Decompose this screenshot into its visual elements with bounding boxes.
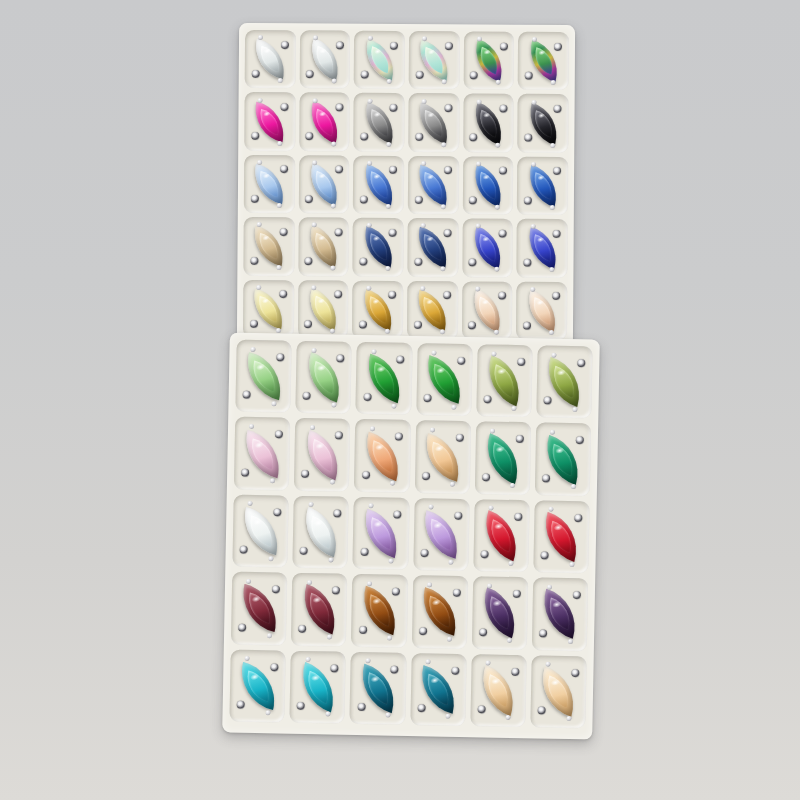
gem-jet-black bbox=[518, 94, 569, 153]
sew-hole-ring bbox=[390, 104, 398, 112]
sew-hole-ring bbox=[395, 433, 403, 441]
tray-cell-r4c2 bbox=[298, 217, 349, 276]
sew-hole-ring bbox=[336, 41, 344, 49]
sew-hole-ring bbox=[420, 549, 428, 557]
tray-cell-r10c6 bbox=[530, 655, 587, 728]
sew-hole-ring bbox=[394, 510, 402, 518]
sew-hole-ring bbox=[415, 133, 423, 141]
setting-prong bbox=[268, 556, 273, 561]
gem-light-peach-opal bbox=[462, 281, 513, 340]
setting-prong bbox=[566, 716, 571, 721]
setting-prong bbox=[275, 328, 280, 333]
sew-hole-ring bbox=[359, 320, 367, 328]
setting-prong bbox=[452, 405, 457, 410]
sew-hole-ring bbox=[445, 42, 453, 50]
tray-cell-r9c5 bbox=[472, 576, 529, 649]
gem-fern-green bbox=[416, 343, 473, 416]
setting-prong bbox=[422, 99, 427, 104]
setting-prong bbox=[568, 639, 573, 644]
gem-white-opal bbox=[293, 496, 350, 569]
gem-emerald bbox=[474, 422, 531, 495]
sew-hole-ring bbox=[470, 71, 478, 79]
sew-hole-ring bbox=[392, 588, 400, 596]
sew-hole-ring bbox=[300, 547, 308, 555]
setting-prong bbox=[248, 501, 253, 506]
tray-cell-r9c2 bbox=[291, 573, 348, 646]
setting-prong bbox=[368, 36, 373, 41]
tray-cell-r4c4 bbox=[407, 218, 458, 277]
sew-hole-ring bbox=[359, 626, 367, 634]
tray-cell-r3c6 bbox=[517, 157, 568, 216]
tray-cell-r10c1 bbox=[229, 649, 286, 722]
gem-jonquil-pale-yellow bbox=[298, 280, 349, 339]
sew-hole-ring bbox=[498, 292, 506, 300]
setting-prong bbox=[389, 558, 394, 563]
tray-cell-r8c3 bbox=[353, 497, 410, 570]
gem-vitrail-rainbow bbox=[518, 32, 569, 91]
setting-prong bbox=[551, 80, 556, 85]
sew-hole-ring bbox=[538, 706, 546, 714]
sew-hole-ring bbox=[357, 703, 365, 711]
sew-hole-ring bbox=[238, 623, 246, 631]
setting-prong bbox=[488, 506, 493, 511]
setting-prong bbox=[569, 562, 574, 567]
gem-siam-red bbox=[533, 500, 590, 573]
setting-prong bbox=[308, 502, 313, 507]
sew-hole-ring bbox=[332, 587, 340, 595]
tray-cell-r6c6 bbox=[536, 345, 593, 418]
setting-prong bbox=[310, 425, 315, 430]
tray-cell-r4c5 bbox=[462, 219, 513, 278]
setting-prong bbox=[510, 483, 515, 488]
setting-prong bbox=[440, 267, 445, 272]
setting-prong bbox=[572, 407, 577, 412]
setting-prong bbox=[430, 427, 435, 432]
sew-hole-ring bbox=[273, 508, 281, 516]
setting-prong bbox=[532, 37, 537, 42]
gem-white-opal bbox=[232, 494, 289, 567]
setting-prong bbox=[331, 203, 336, 208]
sew-hole-ring bbox=[517, 358, 525, 366]
gem-royal-cobalt-blue bbox=[517, 219, 568, 278]
setting-prong bbox=[495, 205, 500, 210]
gem-peach bbox=[354, 419, 411, 492]
setting-prong bbox=[251, 346, 256, 351]
setting-prong bbox=[439, 329, 444, 334]
sew-hole-ring bbox=[553, 292, 561, 300]
setting-prong bbox=[311, 348, 316, 353]
sew-hole-ring bbox=[360, 133, 368, 141]
setting-prong bbox=[246, 579, 251, 584]
sew-hole-ring bbox=[423, 395, 431, 403]
setting-prong bbox=[327, 634, 332, 639]
sew-hole-ring bbox=[389, 229, 397, 237]
gem-light-rose-pink bbox=[234, 417, 291, 490]
gem-emerald bbox=[535, 423, 592, 496]
gem-light-silk-champagne bbox=[530, 655, 587, 728]
gem-blue-zircon-teal bbox=[290, 650, 347, 723]
gem-sapphire bbox=[353, 155, 404, 214]
gem-light-sapphire bbox=[298, 155, 349, 214]
sew-hole-ring bbox=[512, 590, 520, 598]
setting-prong bbox=[431, 350, 436, 355]
gem-olivine bbox=[536, 345, 593, 418]
tray-cell-r2c6 bbox=[518, 94, 569, 153]
sew-hole-ring bbox=[281, 41, 289, 49]
sew-hole-ring bbox=[553, 230, 561, 238]
setting-prong bbox=[476, 99, 481, 104]
setting-prong bbox=[447, 637, 452, 642]
tray-cell-r3c2 bbox=[298, 155, 349, 214]
sew-hole-ring bbox=[361, 71, 369, 79]
sew-hole-ring bbox=[305, 257, 313, 265]
tray-cell-r5c4 bbox=[407, 281, 458, 340]
sew-hole-ring bbox=[250, 195, 258, 203]
setting-prong bbox=[425, 659, 430, 664]
setting-prong bbox=[475, 286, 480, 291]
tray-cell-r8c1 bbox=[232, 494, 289, 567]
tray-cell-r6c3 bbox=[356, 342, 413, 415]
sew-hole-ring bbox=[301, 470, 309, 478]
setting-prong bbox=[550, 430, 555, 435]
sew-hole-ring bbox=[304, 320, 312, 328]
sew-hole-ring bbox=[362, 471, 370, 479]
sew-hole-ring bbox=[390, 166, 398, 174]
sew-hole-ring bbox=[305, 195, 313, 203]
setting-prong bbox=[365, 658, 370, 663]
setting-prong bbox=[270, 479, 275, 484]
sew-hole-ring bbox=[498, 229, 506, 237]
setting-prong bbox=[390, 481, 395, 486]
tray-cell-r10c5 bbox=[470, 654, 527, 727]
sew-hole-ring bbox=[523, 321, 531, 329]
gem-royal-cobalt-blue bbox=[462, 219, 513, 278]
setting-prong bbox=[506, 715, 511, 720]
sew-hole-ring bbox=[335, 103, 343, 111]
gem-montana-navy bbox=[407, 218, 458, 277]
gem-crystal-ab bbox=[354, 31, 405, 90]
tray-cell-r1c2 bbox=[299, 30, 350, 89]
setting-prong bbox=[550, 205, 555, 210]
gem-fern-green bbox=[356, 342, 413, 415]
tray-cell-r9c1 bbox=[231, 572, 288, 645]
setting-prong bbox=[367, 161, 372, 166]
gem-jonquil-pale-yellow bbox=[243, 279, 294, 338]
sew-hole-ring bbox=[281, 103, 289, 111]
tray-cell-r1c6 bbox=[518, 32, 569, 91]
gem-smoked-topaz-brown bbox=[411, 575, 468, 648]
tray-cell-r10c3 bbox=[350, 651, 407, 724]
gem-light-peach-opal bbox=[516, 281, 567, 340]
setting-prong bbox=[531, 100, 536, 105]
setting-prong bbox=[331, 402, 336, 407]
setting-prong bbox=[330, 328, 335, 333]
setting-prong bbox=[258, 98, 263, 103]
sew-hole-ring bbox=[500, 42, 508, 50]
setting-prong bbox=[311, 285, 316, 290]
setting-prong bbox=[386, 204, 391, 209]
sew-hole-ring bbox=[469, 259, 477, 267]
sew-hole-ring bbox=[335, 166, 343, 174]
sew-hole-ring bbox=[298, 624, 306, 632]
tray-cell-r4c6 bbox=[517, 219, 568, 278]
tray-cell-r1c1 bbox=[245, 30, 296, 89]
sew-hole-ring bbox=[336, 355, 344, 363]
sew-hole-ring bbox=[306, 70, 314, 78]
sew-hole-ring bbox=[477, 705, 485, 713]
setting-prong bbox=[331, 266, 336, 271]
setting-prong bbox=[325, 712, 330, 717]
setting-prong bbox=[307, 580, 312, 585]
sew-hole-ring bbox=[499, 167, 507, 175]
sew-hole-ring bbox=[415, 71, 423, 79]
sew-hole-ring bbox=[240, 546, 248, 554]
gem-smoked-topaz-brown bbox=[351, 574, 408, 647]
gem-fuchsia bbox=[244, 92, 295, 151]
sew-hole-ring bbox=[331, 664, 339, 672]
gem-siam-red bbox=[473, 499, 530, 572]
setting-prong bbox=[277, 78, 282, 83]
setting-prong bbox=[450, 482, 455, 487]
setting-prong bbox=[441, 79, 446, 84]
tray-cell-r2c1 bbox=[244, 92, 295, 151]
gem-violet-lavender bbox=[353, 497, 410, 570]
tray-cell-r6c4 bbox=[416, 343, 473, 416]
tray-cell-r4c3 bbox=[353, 218, 404, 277]
sew-hole-ring bbox=[422, 472, 430, 480]
sew-hole-ring bbox=[272, 586, 280, 594]
gem-light-silk-champagne bbox=[470, 654, 527, 727]
sew-hole-ring bbox=[389, 291, 397, 299]
setting-prong bbox=[305, 657, 310, 662]
gem-light-rose-pink bbox=[294, 418, 351, 491]
tray-cell-r7c1 bbox=[234, 417, 291, 490]
setting-prong bbox=[386, 713, 391, 718]
sew-hole-ring bbox=[391, 665, 399, 673]
tray-cell-r3c1 bbox=[244, 155, 295, 214]
setting-prong bbox=[312, 160, 317, 165]
sew-hole-ring bbox=[499, 105, 507, 113]
gem-sapphire bbox=[408, 156, 459, 215]
tray-cell-r2c5 bbox=[463, 94, 514, 153]
sew-hole-ring bbox=[417, 704, 425, 712]
setting-prong bbox=[440, 204, 445, 209]
setting-prong bbox=[487, 583, 492, 588]
tray-cell-r5c3 bbox=[352, 280, 403, 339]
gem-violet-lavender bbox=[413, 498, 470, 571]
sew-hole-ring bbox=[554, 105, 562, 113]
setting-prong bbox=[552, 352, 557, 357]
sew-hole-ring bbox=[468, 321, 476, 329]
setting-prong bbox=[495, 142, 500, 147]
setting-prong bbox=[368, 503, 373, 508]
sew-hole-ring bbox=[523, 259, 531, 267]
sew-hole-ring bbox=[275, 431, 283, 439]
setting-prong bbox=[509, 561, 514, 566]
gem-deep-purple bbox=[532, 578, 589, 651]
sew-hole-ring bbox=[243, 391, 251, 399]
tray-cell-r7c6 bbox=[535, 423, 592, 496]
setting-prong bbox=[449, 559, 454, 564]
tray-cell-r6c2 bbox=[295, 341, 352, 414]
sew-hole-ring bbox=[445, 104, 453, 112]
gem-golden-shadow bbox=[298, 217, 349, 276]
setting-prong bbox=[257, 160, 262, 165]
setting-prong bbox=[265, 711, 270, 716]
setting-prong bbox=[367, 581, 372, 586]
setting-prong bbox=[490, 428, 495, 433]
sew-hole-ring bbox=[237, 701, 245, 709]
sew-hole-ring bbox=[270, 663, 278, 671]
sew-hole-ring bbox=[457, 357, 465, 365]
tray-cell-r8c6 bbox=[533, 500, 590, 573]
gem-indicolite-dark-teal bbox=[410, 653, 467, 726]
sew-hole-ring bbox=[334, 509, 342, 517]
sew-hole-ring bbox=[541, 552, 549, 560]
tray-cell-r9c6 bbox=[532, 578, 589, 651]
sew-hole-ring bbox=[571, 669, 579, 677]
sew-hole-ring bbox=[335, 432, 343, 440]
gem-topaz-gold bbox=[407, 281, 458, 340]
sew-hole-ring bbox=[359, 258, 367, 266]
photo-background bbox=[0, 0, 800, 800]
sew-hole-ring bbox=[524, 134, 532, 142]
sew-hole-ring bbox=[573, 591, 581, 599]
sew-hole-ring bbox=[251, 132, 259, 140]
sew-hole-ring bbox=[454, 512, 462, 520]
setting-prong bbox=[428, 505, 433, 510]
sew-hole-ring bbox=[469, 196, 477, 204]
setting-prong bbox=[494, 329, 499, 334]
setting-prong bbox=[495, 267, 500, 272]
gem-peridot-light-green bbox=[295, 341, 352, 414]
tray-cell-r6c1 bbox=[235, 340, 292, 413]
setting-prong bbox=[249, 424, 254, 429]
gem-blue-zircon-teal bbox=[229, 649, 286, 722]
tray-cell-r10c4 bbox=[410, 653, 467, 726]
setting-prong bbox=[387, 79, 392, 84]
setting-prong bbox=[550, 143, 555, 148]
gem-golden-shadow bbox=[243, 217, 294, 276]
tray-cell-r1c4 bbox=[409, 31, 460, 90]
tray-cell-r5c5 bbox=[462, 281, 513, 340]
setting-prong bbox=[427, 582, 432, 587]
tray-cell-r8c5 bbox=[473, 499, 530, 572]
sew-hole-ring bbox=[470, 134, 478, 142]
setting-prong bbox=[549, 330, 554, 335]
tray-cell-r6c5 bbox=[476, 344, 533, 417]
sew-hole-ring bbox=[524, 197, 532, 205]
tray-cell-r7c2 bbox=[294, 418, 351, 491]
sew-hole-ring bbox=[280, 228, 288, 236]
tray-cell-r5c2 bbox=[298, 280, 349, 339]
setting-prong bbox=[547, 584, 552, 589]
gem-capri-blue bbox=[517, 157, 568, 216]
sew-hole-ring bbox=[479, 628, 487, 636]
tray-cell-r9c4 bbox=[411, 575, 468, 648]
gem-montana-navy bbox=[353, 218, 404, 277]
setting-prong bbox=[486, 661, 491, 666]
sew-hole-ring bbox=[306, 133, 314, 141]
sew-hole-ring bbox=[419, 627, 427, 635]
sew-hole-ring bbox=[577, 359, 585, 367]
sew-hole-ring bbox=[539, 629, 547, 637]
sew-hole-ring bbox=[554, 167, 562, 175]
sew-hole-ring bbox=[451, 666, 459, 674]
sew-hole-ring bbox=[280, 165, 288, 173]
setting-prong bbox=[328, 557, 333, 562]
sew-hole-ring bbox=[455, 434, 463, 442]
gem-light-sapphire bbox=[244, 155, 295, 214]
setting-prong bbox=[392, 403, 397, 408]
setting-prong bbox=[367, 98, 372, 103]
sew-hole-ring bbox=[250, 257, 258, 265]
sew-hole-ring bbox=[515, 435, 523, 443]
sew-hole-ring bbox=[414, 321, 422, 329]
sew-hole-ring bbox=[576, 437, 584, 445]
setting-prong bbox=[385, 329, 390, 334]
sew-hole-ring bbox=[452, 589, 460, 597]
setting-prong bbox=[267, 633, 272, 638]
gem-crystal-clear bbox=[245, 30, 296, 89]
setting-prong bbox=[531, 162, 536, 167]
setting-prong bbox=[330, 480, 335, 485]
sew-hole-ring bbox=[525, 72, 533, 80]
gem-peridot-light-green bbox=[235, 340, 292, 413]
tray-cell-r8c2 bbox=[293, 496, 350, 569]
gem-black-diamond-gray bbox=[408, 93, 459, 152]
tray-cell-r1c3 bbox=[354, 31, 405, 90]
gem-capri-blue bbox=[462, 156, 513, 215]
setting-prong bbox=[496, 80, 501, 85]
sew-hole-ring bbox=[542, 474, 550, 482]
sew-hole-ring bbox=[554, 43, 562, 51]
setting-prong bbox=[512, 406, 517, 411]
gem-burgundy bbox=[291, 573, 348, 646]
setting-prong bbox=[571, 484, 576, 489]
sew-hole-ring bbox=[480, 551, 488, 559]
sew-hole-ring bbox=[483, 396, 491, 404]
tray-cell-r2c2 bbox=[299, 93, 350, 152]
setting-prong bbox=[277, 141, 282, 146]
sew-hole-ring bbox=[443, 291, 451, 299]
setting-prong bbox=[256, 285, 261, 290]
sew-hole-ring bbox=[360, 548, 368, 556]
gem-crystal-ab bbox=[409, 31, 460, 90]
setting-prong bbox=[441, 142, 446, 147]
gem-topaz-gold bbox=[352, 280, 403, 339]
gem-jet-black bbox=[463, 94, 514, 153]
setting-prong bbox=[549, 507, 554, 512]
sew-hole-ring bbox=[334, 291, 342, 299]
gem-light-peach bbox=[414, 420, 471, 493]
gem-deep-purple bbox=[472, 576, 529, 649]
setting-prong bbox=[446, 714, 451, 719]
sew-hole-ring bbox=[544, 397, 552, 405]
setting-prong bbox=[530, 287, 535, 292]
setting-prong bbox=[385, 266, 390, 271]
setting-prong bbox=[507, 638, 512, 643]
sew-hole-ring bbox=[276, 353, 284, 361]
tray-cell-r3c5 bbox=[462, 156, 513, 215]
tray-cell-r5c1 bbox=[243, 279, 294, 338]
setting-prong bbox=[386, 141, 391, 146]
sew-hole-ring bbox=[241, 468, 249, 476]
rhinestone-tray-lower bbox=[222, 332, 600, 739]
sew-hole-ring bbox=[390, 41, 398, 49]
rhinestone-tray-upper bbox=[237, 23, 575, 350]
tray-cell-r7c3 bbox=[354, 419, 411, 492]
